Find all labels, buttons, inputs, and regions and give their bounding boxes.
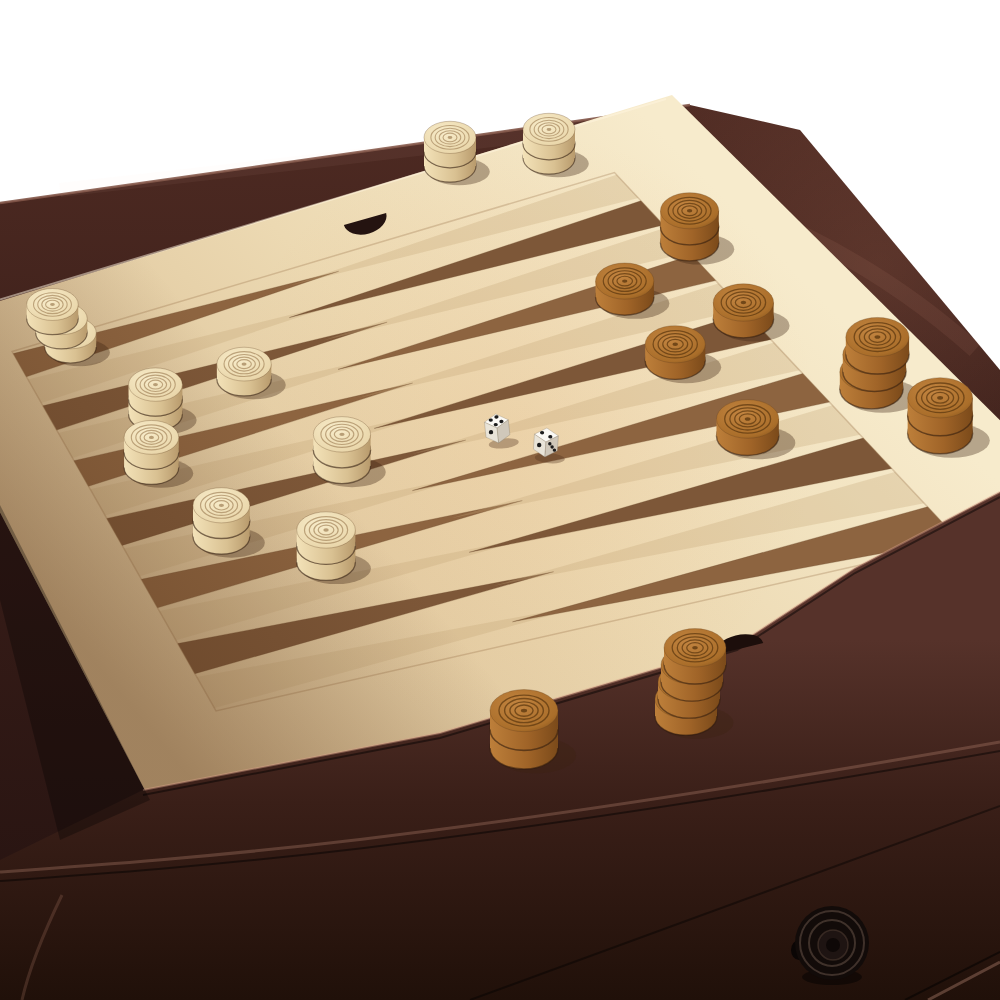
checker-stack-dark-offboard-3[interactable] bbox=[655, 629, 733, 739]
backgammon-scene bbox=[0, 0, 1000, 1000]
game-table-photo bbox=[0, 0, 1000, 1000]
